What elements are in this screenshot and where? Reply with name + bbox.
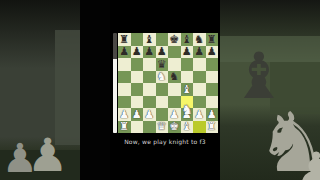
square-d6: ♛ (156, 58, 169, 71)
square-h4 (206, 83, 219, 96)
square-e7 (168, 46, 181, 59)
square-d7: ♟ (156, 46, 169, 59)
white-rook-icon: ♜ (207, 121, 217, 132)
black-bishop-icon: ♝ (182, 34, 192, 45)
white-pawn-icon: ♟ (207, 109, 217, 120)
square-f7: ♟ (181, 46, 194, 59)
square-a4 (118, 83, 131, 96)
square-h1: ♜ (206, 121, 219, 134)
black-rook-icon: ♜ (207, 34, 217, 45)
black-pawn-icon: ♟ (119, 46, 129, 57)
square-e2: ♟ (168, 108, 181, 121)
background-pawn-icon: ♟ (27, 132, 68, 178)
black-rook-icon: ♜ (119, 34, 129, 45)
white-pawn-icon: ♟ (169, 109, 179, 120)
eval-bar (113, 33, 117, 133)
black-bishop-icon: ♝ (144, 34, 154, 45)
square-d3 (156, 96, 169, 109)
black-king-icon: ♚ (169, 34, 179, 45)
square-a8: ♜ (118, 33, 131, 46)
square-d1: ♛ (156, 121, 169, 134)
white-pawn-icon: ♟ (132, 109, 142, 120)
square-a6 (118, 58, 131, 71)
white-knight-icon: ♞ (157, 71, 167, 82)
black-pawn-icon: ♟ (207, 46, 217, 57)
square-g6 (193, 58, 206, 71)
background-pawn-icon: ♟ (294, 146, 320, 180)
square-g8: ♞ (193, 33, 206, 46)
black-pawn-icon: ♟ (157, 46, 167, 57)
square-h5 (206, 71, 219, 84)
white-king-icon: ♚ (169, 121, 179, 132)
square-c3 (143, 96, 156, 109)
left-gutter (80, 0, 110, 180)
square-e8: ♚ (168, 33, 181, 46)
square-b3 (131, 96, 144, 109)
caption-text: Now, we play knight to f3 (110, 138, 220, 145)
chess-board: ♜♝♚♝♞♜♟♟♟♟♟♟♟♛♞♞♝♟♟♟♟♟♟♟♜♛♚♝♜ (118, 33, 218, 133)
square-b8 (131, 33, 144, 46)
square-c6 (143, 58, 156, 71)
square-c1 (143, 121, 156, 134)
black-queen-icon: ♛ (157, 59, 167, 70)
square-a7: ♟ (118, 46, 131, 59)
square-d4 (156, 83, 169, 96)
black-knight-icon: ♞ (194, 34, 204, 45)
square-c5 (143, 71, 156, 84)
square-c7: ♟ (143, 46, 156, 59)
black-pawn-icon: ♟ (144, 46, 154, 57)
square-g2: ♟ (193, 108, 206, 121)
square-h8: ♜ (206, 33, 219, 46)
square-d2 (156, 108, 169, 121)
square-f1: ♝ (181, 121, 194, 134)
square-a3 (118, 96, 131, 109)
square-a5 (118, 71, 131, 84)
square-e4 (168, 83, 181, 96)
square-e5: ♞ (168, 71, 181, 84)
square-b5 (131, 71, 144, 84)
square-h6 (206, 58, 219, 71)
white-pawn-icon: ♟ (194, 109, 204, 120)
white-queen-icon: ♛ (157, 121, 167, 132)
white-bishop-icon: ♝ (182, 121, 192, 132)
animating-white-knight-icon: ♞ (180, 102, 194, 116)
square-b2: ♟ (131, 108, 144, 121)
square-b1 (131, 121, 144, 134)
square-f8: ♝ (181, 33, 194, 46)
white-rook-icon: ♜ (119, 121, 129, 132)
square-b7: ♟ (131, 46, 144, 59)
black-pawn-icon: ♟ (194, 46, 204, 57)
eval-bar-white (113, 59, 117, 133)
square-e3 (168, 96, 181, 109)
black-pawn-icon: ♟ (182, 46, 192, 57)
square-c4 (143, 83, 156, 96)
square-e6 (168, 58, 181, 71)
white-bishop-icon: ♝ (182, 84, 192, 95)
white-pawn-icon: ♟ (119, 109, 129, 120)
square-c2: ♟ (143, 108, 156, 121)
square-h2: ♟ (206, 108, 219, 121)
square-a2: ♟ (118, 108, 131, 121)
square-f4: ♝ (181, 83, 194, 96)
square-b4 (131, 83, 144, 96)
black-knight-icon: ♞ (169, 71, 179, 82)
square-g3 (193, 96, 206, 109)
square-d8 (156, 33, 169, 46)
square-h3 (206, 96, 219, 109)
black-pawn-icon: ♟ (132, 46, 142, 57)
square-b6 (131, 58, 144, 71)
square-g1 (193, 121, 206, 134)
square-e1: ♚ (168, 121, 181, 134)
square-h7: ♟ (206, 46, 219, 59)
square-d5: ♞ (156, 71, 169, 84)
square-g4 (193, 83, 206, 96)
square-c8: ♝ (143, 33, 156, 46)
square-a1: ♜ (118, 121, 131, 134)
square-f6 (181, 58, 194, 71)
white-pawn-icon: ♟ (144, 109, 154, 120)
square-f5 (181, 71, 194, 84)
video-frame: ♟ ♟ ♝ ♞ ♟ ♜♝♚♝♞♜♟♟♟♟♟♟♟♛♞♞♝♟♟♟♟♟♟♟♜♛♚♝♜ … (0, 0, 320, 180)
square-g7: ♟ (193, 46, 206, 59)
square-g5 (193, 71, 206, 84)
